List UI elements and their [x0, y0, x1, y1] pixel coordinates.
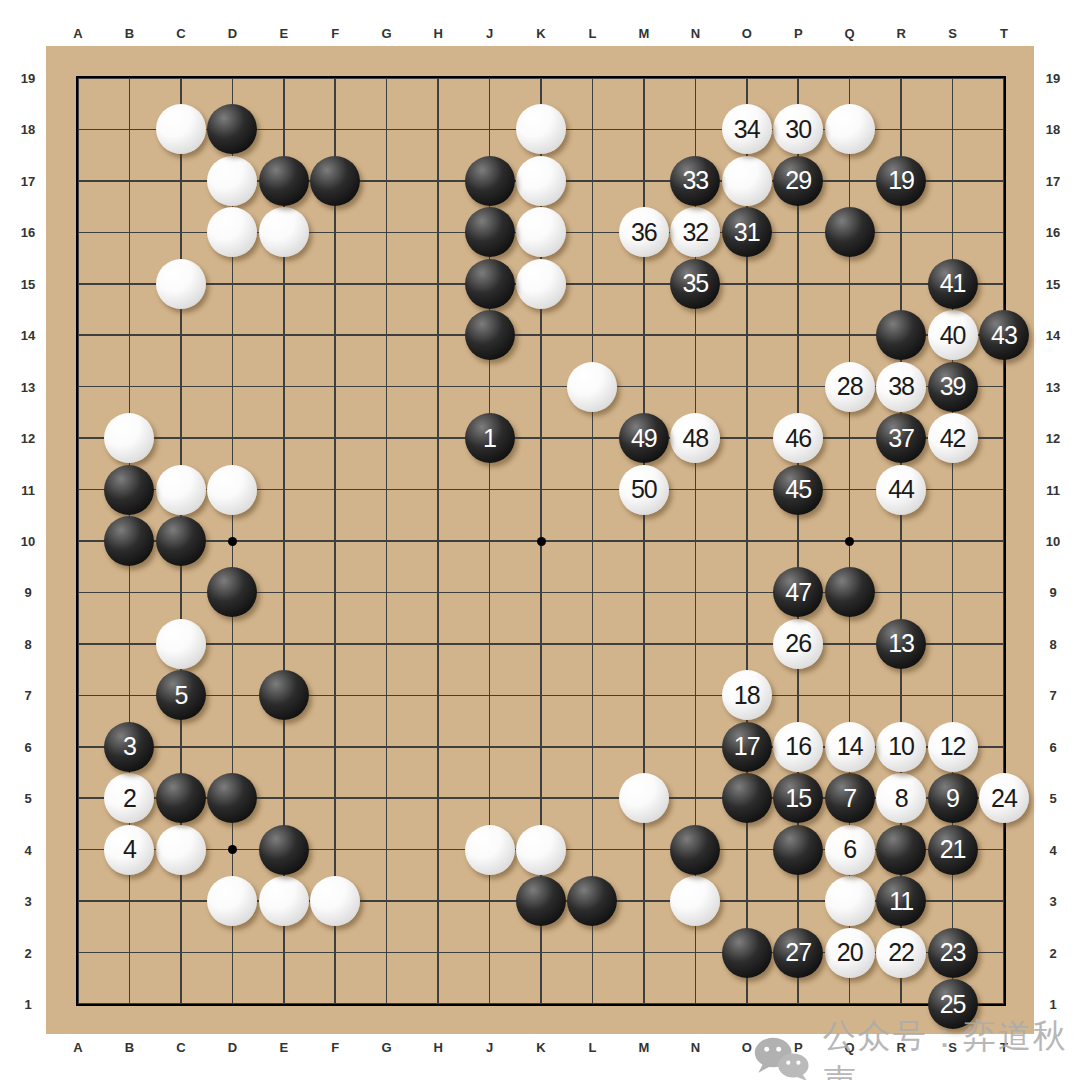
move-number: 49 [631, 426, 657, 451]
stone-white-t5[interactable]: 24 [979, 773, 1029, 823]
move-number: 20 [837, 940, 863, 965]
row-label-left: 10 [21, 534, 35, 549]
row-label-right: 13 [1046, 379, 1060, 394]
row-label-left: 12 [21, 431, 35, 446]
move-number: 34 [734, 117, 760, 142]
stone-black-r8[interactable]: 13 [876, 619, 926, 669]
stone-black-o5[interactable] [722, 773, 772, 823]
stone-black-j17[interactable] [465, 156, 515, 206]
stone-black-b10[interactable] [104, 516, 154, 566]
move-number: 13 [888, 631, 914, 656]
stone-black-r12[interactable]: 37 [876, 413, 926, 463]
move-number: 37 [888, 426, 914, 451]
column-label-top: T [1000, 26, 1008, 41]
row-label-right: 4 [1049, 842, 1056, 857]
move-number: 42 [940, 426, 966, 451]
stone-white-d11[interactable] [207, 465, 257, 515]
stone-black-e7[interactable] [259, 670, 309, 720]
column-label-top: E [279, 26, 288, 41]
row-label-left: 17 [21, 173, 35, 188]
move-number: 21 [940, 837, 966, 862]
star-point [845, 537, 854, 546]
row-label-right: 8 [1049, 636, 1056, 651]
stone-black-e4[interactable] [259, 825, 309, 875]
move-number: 38 [888, 374, 914, 399]
column-label-bottom: L [588, 1040, 596, 1055]
stone-white-r13[interactable]: 38 [876, 362, 926, 412]
move-number: 16 [785, 734, 811, 759]
column-label-top: G [382, 26, 392, 41]
move-number: 40 [940, 323, 966, 348]
stone-black-f17[interactable] [310, 156, 360, 206]
stone-black-t14[interactable]: 43 [979, 310, 1029, 360]
star-point [537, 537, 546, 546]
move-number: 4 [123, 837, 136, 862]
stone-white-d16[interactable] [207, 207, 257, 257]
stone-black-b6[interactable]: 3 [104, 722, 154, 772]
move-number: 24 [991, 786, 1017, 811]
column-label-bottom: N [691, 1040, 700, 1055]
column-label-bottom: P [794, 1040, 803, 1055]
move-number: 39 [940, 374, 966, 399]
stone-black-p5[interactable]: 15 [773, 773, 823, 823]
column-label-top: P [794, 26, 803, 41]
stone-white-k4[interactable] [516, 825, 566, 875]
row-label-left: 19 [21, 71, 35, 86]
row-label-right: 2 [1049, 945, 1056, 960]
move-number: 32 [682, 220, 708, 245]
page: AABBCCDDEEFFGGHHJJKKLLMMNNOOPPQQRRSSTT19… [0, 0, 1080, 1080]
stone-black-s4[interactable]: 21 [928, 825, 978, 875]
stone-black-o16[interactable]: 31 [722, 207, 772, 257]
stone-white-m5[interactable] [619, 773, 669, 823]
stone-white-m11[interactable]: 50 [619, 465, 669, 515]
stone-white-k17[interactable] [516, 156, 566, 206]
stone-white-e16[interactable] [259, 207, 309, 257]
stone-black-q5[interactable]: 7 [825, 773, 875, 823]
row-label-right: 11 [1046, 482, 1060, 497]
move-number: 47 [785, 580, 811, 605]
row-label-left: 2 [24, 945, 31, 960]
stone-black-b11[interactable] [104, 465, 154, 515]
column-label-top: N [691, 26, 700, 41]
stone-black-q9[interactable] [825, 567, 875, 617]
row-label-right: 10 [1046, 534, 1060, 549]
row-label-right: 7 [1049, 688, 1056, 703]
row-label-right: 1 [1049, 997, 1056, 1012]
column-label-top: H [433, 26, 442, 41]
stone-white-r2[interactable]: 22 [876, 928, 926, 978]
stone-white-c4[interactable] [156, 825, 206, 875]
move-number: 17 [734, 734, 760, 759]
stone-white-b12[interactable] [104, 413, 154, 463]
column-label-bottom: J [486, 1040, 493, 1055]
stone-black-n17[interactable]: 33 [670, 156, 720, 206]
stone-black-q16[interactable] [825, 207, 875, 257]
stone-white-n3[interactable] [670, 876, 720, 926]
stone-white-c11[interactable] [156, 465, 206, 515]
stone-white-r11[interactable]: 44 [876, 465, 926, 515]
move-number: 22 [888, 940, 914, 965]
stone-black-s15[interactable]: 41 [928, 259, 978, 309]
move-number: 48 [682, 426, 708, 451]
stone-black-p17[interactable]: 29 [773, 156, 823, 206]
move-number: 5 [174, 683, 187, 708]
row-label-left: 16 [21, 225, 35, 240]
move-number: 44 [888, 477, 914, 502]
column-label-top: B [125, 26, 134, 41]
stone-black-c7[interactable]: 5 [156, 670, 206, 720]
column-label-bottom: H [433, 1040, 442, 1055]
stone-black-s1[interactable]: 25 [928, 979, 978, 1029]
column-label-top: M [638, 26, 649, 41]
star-point [228, 537, 237, 546]
stone-black-s13[interactable]: 39 [928, 362, 978, 412]
stone-white-d3[interactable] [207, 876, 257, 926]
move-number: 15 [785, 786, 811, 811]
stone-black-r14[interactable] [876, 310, 926, 360]
column-label-bottom: A [73, 1040, 82, 1055]
column-label-top: F [331, 26, 339, 41]
column-label-bottom: Q [845, 1040, 855, 1055]
stone-white-f3[interactable] [310, 876, 360, 926]
row-label-right: 5 [1049, 791, 1056, 806]
stone-black-k3[interactable] [516, 876, 566, 926]
stone-white-j4[interactable] [465, 825, 515, 875]
column-label-top: R [896, 26, 905, 41]
stone-black-r4[interactable] [876, 825, 926, 875]
stone-black-l3[interactable] [567, 876, 617, 926]
move-number: 14 [837, 734, 863, 759]
stone-black-m12[interactable]: 49 [619, 413, 669, 463]
move-number: 6 [843, 837, 856, 862]
stone-black-e17[interactable] [259, 156, 309, 206]
move-number: 12 [940, 734, 966, 759]
stone-white-k16[interactable] [516, 207, 566, 257]
column-label-top: A [73, 26, 82, 41]
stone-black-d18[interactable] [207, 104, 257, 154]
stone-white-n16[interactable]: 32 [670, 207, 720, 257]
stone-black-p11[interactable]: 45 [773, 465, 823, 515]
stone-black-c5[interactable] [156, 773, 206, 823]
move-number: 10 [888, 734, 914, 759]
stone-black-p9[interactable]: 47 [773, 567, 823, 617]
move-number: 27 [785, 940, 811, 965]
move-number: 45 [785, 477, 811, 502]
stone-white-r5[interactable]: 8 [876, 773, 926, 823]
stone-white-q3[interactable] [825, 876, 875, 926]
stone-white-q18[interactable] [825, 104, 875, 154]
move-number: 50 [631, 477, 657, 502]
stone-white-n12[interactable]: 48 [670, 413, 720, 463]
column-label-top: D [228, 26, 237, 41]
row-label-right: 19 [1046, 71, 1060, 86]
row-label-left: 4 [24, 842, 31, 857]
column-label-bottom: B [125, 1040, 134, 1055]
star-point [228, 845, 237, 854]
stone-white-b5[interactable]: 2 [104, 773, 154, 823]
stone-white-c15[interactable] [156, 259, 206, 309]
row-label-left: 13 [21, 379, 35, 394]
column-label-bottom: O [742, 1040, 752, 1055]
row-label-left: 3 [24, 894, 31, 909]
move-number: 19 [888, 168, 914, 193]
move-number: 35 [682, 271, 708, 296]
stone-white-p8[interactable]: 26 [773, 619, 823, 669]
stone-black-j14[interactable] [465, 310, 515, 360]
row-label-right: 6 [1049, 739, 1056, 754]
stone-white-s12[interactable]: 42 [928, 413, 978, 463]
move-number: 30 [785, 117, 811, 142]
row-label-left: 18 [21, 122, 35, 137]
column-label-bottom: F [331, 1040, 339, 1055]
move-number: 31 [734, 220, 760, 245]
column-label-bottom: M [638, 1040, 649, 1055]
row-label-right: 18 [1046, 122, 1060, 137]
stone-white-d17[interactable] [207, 156, 257, 206]
stone-white-e3[interactable] [259, 876, 309, 926]
stone-white-s6[interactable]: 12 [928, 722, 978, 772]
stone-black-p4[interactable] [773, 825, 823, 875]
stone-white-p6[interactable]: 16 [773, 722, 823, 772]
column-label-bottom: T [1000, 1040, 1008, 1055]
move-number: 23 [940, 940, 966, 965]
column-label-top: O [742, 26, 752, 41]
row-label-left: 8 [24, 636, 31, 651]
column-label-bottom: C [176, 1040, 185, 1055]
stone-black-c10[interactable] [156, 516, 206, 566]
move-number: 28 [837, 374, 863, 399]
move-number: 9 [946, 786, 959, 811]
move-number: 26 [785, 631, 811, 656]
move-number: 7 [843, 786, 856, 811]
row-label-left: 7 [24, 688, 31, 703]
move-number: 43 [991, 323, 1017, 348]
stone-black-r3[interactable]: 11 [876, 876, 926, 926]
move-number: 2 [123, 786, 136, 811]
column-label-bottom: R [896, 1040, 905, 1055]
stone-white-k18[interactable] [516, 104, 566, 154]
row-label-right: 17 [1046, 173, 1060, 188]
row-label-left: 14 [21, 328, 35, 343]
stone-black-d9[interactable] [207, 567, 257, 617]
column-label-bottom: E [279, 1040, 288, 1055]
move-number: 8 [895, 786, 908, 811]
row-label-right: 16 [1046, 225, 1060, 240]
stone-black-s2[interactable]: 23 [928, 928, 978, 978]
row-label-right: 15 [1046, 276, 1060, 291]
stone-black-n4[interactable] [670, 825, 720, 875]
stone-black-o6[interactable]: 17 [722, 722, 772, 772]
column-label-bottom: D [228, 1040, 237, 1055]
move-number: 46 [785, 426, 811, 451]
stone-white-q2[interactable]: 20 [825, 928, 875, 978]
stone-white-s14[interactable]: 40 [928, 310, 978, 360]
move-number: 41 [940, 271, 966, 296]
stone-white-o7[interactable]: 18 [722, 670, 772, 720]
row-label-right: 9 [1049, 585, 1056, 600]
stone-white-l13[interactable] [567, 362, 617, 412]
stone-white-r6[interactable]: 10 [876, 722, 926, 772]
row-label-right: 3 [1049, 894, 1056, 909]
stone-white-m16[interactable]: 36 [619, 207, 669, 257]
row-label-left: 1 [24, 997, 31, 1012]
move-number: 33 [682, 168, 708, 193]
stone-black-n15[interactable]: 35 [670, 259, 720, 309]
stone-black-r17[interactable]: 19 [876, 156, 926, 206]
column-label-bottom: K [536, 1040, 545, 1055]
stone-white-q13[interactable]: 28 [825, 362, 875, 412]
wechat-icon [752, 1035, 813, 1080]
stone-white-o18[interactable]: 34 [722, 104, 772, 154]
move-number: 11 [889, 889, 913, 914]
row-label-right: 14 [1046, 328, 1060, 343]
column-label-bottom: S [948, 1040, 957, 1055]
move-number: 1 [483, 426, 496, 451]
column-label-top: Q [845, 26, 855, 41]
stone-black-p2[interactable]: 27 [773, 928, 823, 978]
row-label-left: 6 [24, 739, 31, 754]
column-label-top: S [948, 26, 957, 41]
stone-white-c8[interactable] [156, 619, 206, 669]
stone-white-b4[interactable]: 4 [104, 825, 154, 875]
stone-white-p12[interactable]: 46 [773, 413, 823, 463]
stone-black-j15[interactable] [465, 259, 515, 309]
row-label-left: 9 [24, 585, 31, 600]
stone-black-j12[interactable]: 1 [465, 413, 515, 463]
move-number: 25 [940, 992, 966, 1017]
row-label-left: 15 [21, 276, 35, 291]
stone-black-d5[interactable] [207, 773, 257, 823]
row-label-right: 12 [1046, 431, 1060, 446]
move-number: 29 [785, 168, 811, 193]
row-label-left: 11 [21, 482, 35, 497]
row-label-left: 5 [24, 791, 31, 806]
move-number: 3 [123, 734, 136, 759]
move-number: 18 [734, 683, 760, 708]
move-number: 36 [631, 220, 657, 245]
stone-white-c18[interactable] [156, 104, 206, 154]
stone-white-q4[interactable]: 6 [825, 825, 875, 875]
column-label-top: C [176, 26, 185, 41]
stone-black-s5[interactable]: 9 [928, 773, 978, 823]
stone-white-k15[interactable] [516, 259, 566, 309]
column-label-top: J [486, 26, 493, 41]
column-label-top: K [536, 26, 545, 41]
column-label-top: L [588, 26, 596, 41]
stone-white-q6[interactable]: 14 [825, 722, 875, 772]
column-label-bottom: G [382, 1040, 392, 1055]
stone-white-p18[interactable]: 30 [773, 104, 823, 154]
stone-black-o2[interactable] [722, 928, 772, 978]
stone-white-o17[interactable] [722, 156, 772, 206]
stone-black-j16[interactable] [465, 207, 515, 257]
